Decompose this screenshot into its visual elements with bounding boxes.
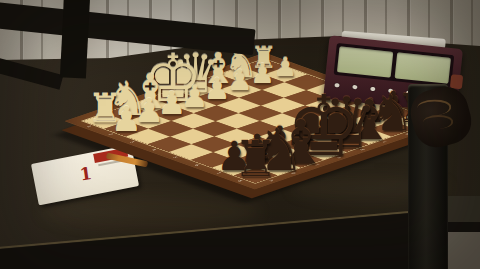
file-label: d xyxy=(358,149,365,151)
rank-label: 2 xyxy=(107,133,114,135)
left-chair-post xyxy=(60,0,90,79)
tournament-chess-photo: 1a2b3c4d5e6f7g8h ♜♞♝♛♚♝♞♜♟♟♟♟♟♟♟♟♟♟♟♟♟♟♟… xyxy=(0,0,480,269)
file-label: e xyxy=(336,156,343,158)
file-label: g xyxy=(290,172,297,174)
rank-label: 8 xyxy=(236,180,243,182)
knob-highlight xyxy=(423,115,453,130)
table-reflection xyxy=(40,195,260,229)
file-label: h xyxy=(268,180,275,182)
file-label: c xyxy=(381,141,387,143)
rank-label: 3 xyxy=(129,141,136,143)
table-number: 1 xyxy=(78,163,93,184)
rank-label: 6 xyxy=(193,164,200,166)
rank-label: 1 xyxy=(85,125,92,127)
rank-label: 4 xyxy=(150,149,157,151)
clock-right-display xyxy=(395,52,451,84)
floor-patch xyxy=(448,232,480,269)
knob-highlight xyxy=(417,99,451,116)
rank-label: 5 xyxy=(172,156,179,158)
rank-label: 7 xyxy=(215,172,222,174)
file-label: f xyxy=(314,164,320,166)
clock-left-display xyxy=(337,46,393,78)
